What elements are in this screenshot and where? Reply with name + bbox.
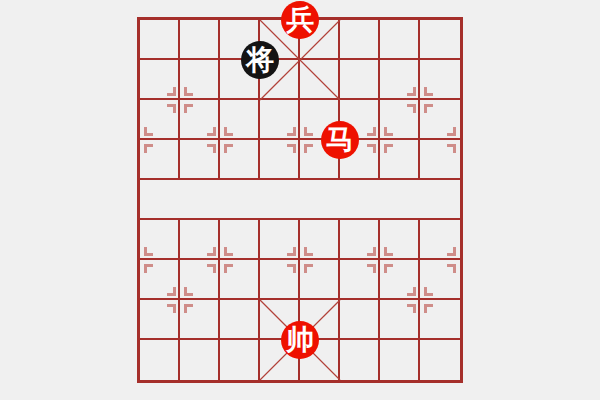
point-marker bbox=[167, 304, 176, 313]
point-marker bbox=[207, 127, 216, 136]
board-cell[interactable] bbox=[340, 340, 380, 380]
board-cell[interactable] bbox=[220, 340, 260, 380]
board-cell[interactable] bbox=[340, 60, 380, 100]
point-marker bbox=[184, 304, 193, 313]
point-marker bbox=[304, 247, 313, 256]
point-marker bbox=[144, 144, 153, 153]
point-marker bbox=[447, 264, 456, 273]
board-cell[interactable] bbox=[220, 300, 260, 340]
board-cell[interactable] bbox=[340, 300, 380, 340]
board-cell[interactable] bbox=[340, 180, 380, 220]
board-cell[interactable] bbox=[140, 180, 180, 220]
point-marker bbox=[424, 304, 433, 313]
board-cell[interactable] bbox=[180, 20, 220, 60]
xiangqi-board[interactable]: 兵将马帅 bbox=[137, 17, 463, 383]
point-marker bbox=[424, 287, 433, 296]
point-marker bbox=[367, 144, 376, 153]
board-cell[interactable] bbox=[340, 20, 380, 60]
point-marker bbox=[407, 304, 416, 313]
red-horse[interactable]: 马 bbox=[321, 121, 359, 159]
point-marker bbox=[304, 264, 313, 273]
point-marker bbox=[207, 264, 216, 273]
point-marker bbox=[367, 127, 376, 136]
board-cell[interactable] bbox=[420, 20, 460, 60]
point-marker bbox=[184, 87, 193, 96]
point-marker bbox=[407, 104, 416, 113]
point-marker bbox=[167, 287, 176, 296]
point-marker bbox=[287, 127, 296, 136]
point-marker bbox=[384, 144, 393, 153]
board-cell[interactable] bbox=[180, 340, 220, 380]
point-marker bbox=[144, 247, 153, 256]
point-marker bbox=[304, 144, 313, 153]
point-marker bbox=[144, 127, 153, 136]
red-soldier[interactable]: 兵 bbox=[281, 1, 319, 39]
board-cell[interactable] bbox=[220, 180, 260, 220]
board-cell[interactable] bbox=[420, 180, 460, 220]
point-marker bbox=[367, 247, 376, 256]
point-marker bbox=[224, 247, 233, 256]
point-marker bbox=[304, 127, 313, 136]
board-cell[interactable] bbox=[140, 340, 180, 380]
point-marker bbox=[424, 87, 433, 96]
point-marker bbox=[287, 247, 296, 256]
point-marker bbox=[207, 247, 216, 256]
point-marker bbox=[224, 144, 233, 153]
point-marker bbox=[367, 264, 376, 273]
board-cell[interactable] bbox=[300, 60, 340, 100]
point-marker bbox=[424, 104, 433, 113]
board-cell[interactable] bbox=[380, 20, 420, 60]
board-cell[interactable] bbox=[420, 340, 460, 380]
board-cell[interactable] bbox=[300, 180, 340, 220]
black-general[interactable]: 将 bbox=[241, 41, 279, 79]
point-marker bbox=[224, 127, 233, 136]
point-marker bbox=[167, 104, 176, 113]
point-marker bbox=[224, 264, 233, 273]
board-cell[interactable] bbox=[180, 180, 220, 220]
xiangqi-app: 兵将马帅 bbox=[0, 0, 600, 400]
point-marker bbox=[447, 144, 456, 153]
point-marker bbox=[184, 104, 193, 113]
board-cell[interactable] bbox=[380, 340, 420, 380]
point-marker bbox=[184, 287, 193, 296]
point-marker bbox=[207, 144, 216, 153]
point-marker bbox=[447, 127, 456, 136]
red-general[interactable]: 帅 bbox=[281, 321, 319, 359]
point-marker bbox=[287, 144, 296, 153]
point-marker bbox=[447, 247, 456, 256]
point-marker bbox=[407, 87, 416, 96]
point-marker bbox=[384, 247, 393, 256]
board-cell[interactable] bbox=[140, 20, 180, 60]
board-cell[interactable] bbox=[260, 180, 300, 220]
point-marker bbox=[144, 264, 153, 273]
point-marker bbox=[167, 87, 176, 96]
point-marker bbox=[384, 264, 393, 273]
point-marker bbox=[287, 264, 296, 273]
board-cell[interactable] bbox=[380, 180, 420, 220]
point-marker bbox=[384, 127, 393, 136]
point-marker bbox=[407, 287, 416, 296]
